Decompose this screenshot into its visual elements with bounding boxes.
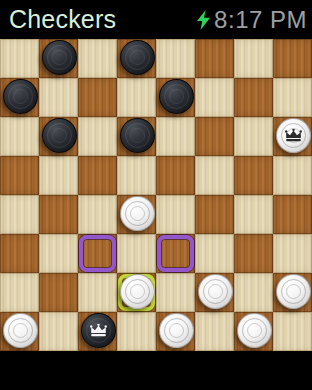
- square-r4c5[interactable]: [195, 195, 234, 234]
- square-r2c2: [78, 117, 117, 156]
- black-king[interactable]: [81, 313, 116, 348]
- charging-bolt-icon: [197, 10, 210, 30]
- square-r0c6: [234, 39, 273, 78]
- square-r1c0[interactable]: [0, 78, 39, 117]
- black-man[interactable]: [120, 40, 155, 75]
- black-man[interactable]: [159, 79, 194, 114]
- square-r0c3[interactable]: [117, 39, 156, 78]
- square-r6c5[interactable]: [195, 273, 234, 312]
- crown-icon: [284, 129, 303, 143]
- square-r6c1[interactable]: [39, 273, 78, 312]
- square-r7c7: [273, 312, 312, 351]
- white-man[interactable]: [120, 196, 155, 231]
- app-title: Checkers: [9, 5, 116, 34]
- square-r5c2[interactable]: [78, 234, 117, 273]
- square-r3c1: [39, 156, 78, 195]
- square-r5c6[interactable]: [234, 234, 273, 273]
- bottom-spacer: [0, 351, 312, 390]
- square-r5c4[interactable]: [156, 234, 195, 273]
- move-hint-highlight[interactable]: [157, 235, 194, 272]
- square-r6c3[interactable]: [117, 273, 156, 312]
- white-king[interactable]: [276, 118, 311, 153]
- square-r6c6: [234, 273, 273, 312]
- square-r4c4: [156, 195, 195, 234]
- black-man[interactable]: [3, 79, 38, 114]
- square-r2c4: [156, 117, 195, 156]
- square-r1c5: [195, 78, 234, 117]
- clock-time: 8:17 PM: [214, 6, 307, 34]
- black-man[interactable]: [42, 118, 77, 153]
- square-r1c1: [39, 78, 78, 117]
- square-r4c0: [0, 195, 39, 234]
- crown-icon: [89, 324, 108, 338]
- white-man[interactable]: [120, 274, 155, 309]
- square-r6c2: [78, 273, 117, 312]
- black-man[interactable]: [42, 40, 77, 75]
- square-r7c3: [117, 312, 156, 351]
- square-r3c6[interactable]: [234, 156, 273, 195]
- square-r4c2: [78, 195, 117, 234]
- square-r7c6[interactable]: [234, 312, 273, 351]
- square-r4c3[interactable]: [117, 195, 156, 234]
- square-r7c2[interactable]: [78, 312, 117, 351]
- square-r3c3: [117, 156, 156, 195]
- square-r0c5[interactable]: [195, 39, 234, 78]
- header: Checkers 8:17 PM: [0, 0, 312, 39]
- square-r3c4[interactable]: [156, 156, 195, 195]
- square-r0c4: [156, 39, 195, 78]
- square-r3c2[interactable]: [78, 156, 117, 195]
- square-r2c5[interactable]: [195, 117, 234, 156]
- square-r6c4: [156, 273, 195, 312]
- square-r5c5: [195, 234, 234, 273]
- square-r3c7: [273, 156, 312, 195]
- square-r6c0: [0, 273, 39, 312]
- white-man[interactable]: [237, 313, 272, 348]
- square-r2c6: [234, 117, 273, 156]
- square-r7c1: [39, 312, 78, 351]
- square-r2c0: [0, 117, 39, 156]
- square-r5c7: [273, 234, 312, 273]
- square-r1c4[interactable]: [156, 78, 195, 117]
- square-r7c5: [195, 312, 234, 351]
- square-r0c1[interactable]: [39, 39, 78, 78]
- square-r6c7[interactable]: [273, 273, 312, 312]
- square-r0c0: [0, 39, 39, 78]
- square-r2c7[interactable]: [273, 117, 312, 156]
- white-man[interactable]: [198, 274, 233, 309]
- square-r5c1: [39, 234, 78, 273]
- square-r4c7[interactable]: [273, 195, 312, 234]
- square-r1c3: [117, 78, 156, 117]
- square-r3c0[interactable]: [0, 156, 39, 195]
- watch-screen: Checkers 8:17 PM: [0, 0, 312, 390]
- status-cluster: 8:17 PM: [197, 6, 307, 34]
- white-man[interactable]: [159, 313, 194, 348]
- square-r1c7: [273, 78, 312, 117]
- move-hint-highlight[interactable]: [79, 235, 116, 272]
- black-man[interactable]: [120, 118, 155, 153]
- checkers-board: [0, 39, 312, 351]
- square-r7c0[interactable]: [0, 312, 39, 351]
- white-man[interactable]: [3, 313, 38, 348]
- square-r1c6[interactable]: [234, 78, 273, 117]
- square-r1c2[interactable]: [78, 78, 117, 117]
- square-r7c4[interactable]: [156, 312, 195, 351]
- square-r3c5: [195, 156, 234, 195]
- square-r2c3[interactable]: [117, 117, 156, 156]
- square-r0c7[interactable]: [273, 39, 312, 78]
- square-r0c2: [78, 39, 117, 78]
- square-r2c1[interactable]: [39, 117, 78, 156]
- white-man[interactable]: [276, 274, 311, 309]
- square-r5c3: [117, 234, 156, 273]
- square-r4c6: [234, 195, 273, 234]
- square-r4c1[interactable]: [39, 195, 78, 234]
- square-r5c0[interactable]: [0, 234, 39, 273]
